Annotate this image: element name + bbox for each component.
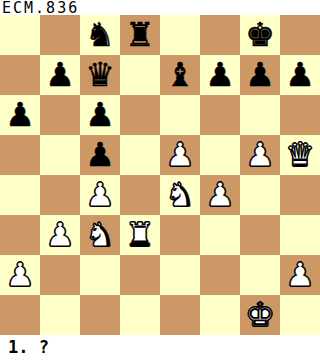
square-d4[interactable] xyxy=(120,175,160,215)
square-c7[interactable]: ♛ xyxy=(80,55,120,95)
square-e2[interactable] xyxy=(160,255,200,295)
square-h2[interactable]: ♟ xyxy=(280,255,320,295)
piece-white-pawn: ♟ xyxy=(85,178,115,211)
square-f7[interactable]: ♟ xyxy=(200,55,240,95)
square-g6[interactable] xyxy=(240,95,280,135)
piece-black-queen: ♛ xyxy=(85,58,115,91)
square-c2[interactable] xyxy=(80,255,120,295)
square-a1[interactable] xyxy=(0,295,40,335)
square-g7[interactable]: ♟ xyxy=(240,55,280,95)
piece-black-pawn: ♟ xyxy=(245,58,275,91)
piece-white-pawn: ♟ xyxy=(245,138,275,171)
square-a3[interactable] xyxy=(0,215,40,255)
square-e3[interactable] xyxy=(160,215,200,255)
square-e7[interactable]: ♝ xyxy=(160,55,200,95)
square-e6[interactable] xyxy=(160,95,200,135)
square-d2[interactable] xyxy=(120,255,160,295)
piece-white-knight: ♞ xyxy=(85,218,115,251)
square-a7[interactable] xyxy=(0,55,40,95)
square-b5[interactable] xyxy=(40,135,80,175)
square-e4[interactable]: ♞ xyxy=(160,175,200,215)
piece-white-knight: ♞ xyxy=(165,178,195,211)
square-a2[interactable]: ♟ xyxy=(0,255,40,295)
square-h6[interactable] xyxy=(280,95,320,135)
square-a6[interactable]: ♟ xyxy=(0,95,40,135)
square-e8[interactable] xyxy=(160,15,200,55)
square-b4[interactable] xyxy=(40,175,80,215)
chess-board: ♞♜♚♟♛♝♟♟♟♟♟♟♟♟♛♟♞♟♟♞♜♟♟♚ xyxy=(0,15,320,335)
piece-white-pawn: ♟ xyxy=(205,178,235,211)
piece-black-pawn: ♟ xyxy=(5,98,35,131)
piece-white-rook: ♜ xyxy=(125,218,155,251)
square-a4[interactable] xyxy=(0,175,40,215)
square-b2[interactable] xyxy=(40,255,80,295)
square-b1[interactable] xyxy=(40,295,80,335)
square-g2[interactable] xyxy=(240,255,280,295)
square-b6[interactable] xyxy=(40,95,80,135)
square-g8[interactable]: ♚ xyxy=(240,15,280,55)
square-b3[interactable]: ♟ xyxy=(40,215,80,255)
square-c4[interactable]: ♟ xyxy=(80,175,120,215)
square-g4[interactable] xyxy=(240,175,280,215)
square-f8[interactable] xyxy=(200,15,240,55)
square-d5[interactable] xyxy=(120,135,160,175)
piece-white-queen: ♛ xyxy=(285,138,315,171)
square-b7[interactable]: ♟ xyxy=(40,55,80,95)
piece-white-pawn: ♟ xyxy=(285,258,315,291)
square-d6[interactable] xyxy=(120,95,160,135)
square-c8[interactable]: ♞ xyxy=(80,15,120,55)
square-h7[interactable]: ♟ xyxy=(280,55,320,95)
square-e1[interactable] xyxy=(160,295,200,335)
square-d7[interactable] xyxy=(120,55,160,95)
square-g5[interactable]: ♟ xyxy=(240,135,280,175)
piece-white-pawn: ♟ xyxy=(45,218,75,251)
square-e5[interactable]: ♟ xyxy=(160,135,200,175)
square-h4[interactable] xyxy=(280,175,320,215)
square-a5[interactable] xyxy=(0,135,40,175)
square-d3[interactable]: ♜ xyxy=(120,215,160,255)
chess-diagram-page: ECM.836 ♞♜♚♟♛♝♟♟♟♟♟♟♟♟♛♟♞♟♟♞♜♟♟♚ 1. ? xyxy=(0,0,320,360)
square-h1[interactable] xyxy=(280,295,320,335)
square-h5[interactable]: ♛ xyxy=(280,135,320,175)
piece-white-pawn: ♟ xyxy=(5,258,35,291)
square-h3[interactable] xyxy=(280,215,320,255)
square-g1[interactable]: ♚ xyxy=(240,295,280,335)
square-g3[interactable] xyxy=(240,215,280,255)
piece-white-pawn: ♟ xyxy=(165,138,195,171)
square-f4[interactable]: ♟ xyxy=(200,175,240,215)
piece-black-rook: ♜ xyxy=(125,18,155,51)
square-c1[interactable] xyxy=(80,295,120,335)
piece-black-pawn: ♟ xyxy=(45,58,75,91)
square-d1[interactable] xyxy=(120,295,160,335)
square-f2[interactable] xyxy=(200,255,240,295)
square-f5[interactable] xyxy=(200,135,240,175)
square-b8[interactable] xyxy=(40,15,80,55)
square-f3[interactable] xyxy=(200,215,240,255)
square-a8[interactable] xyxy=(0,15,40,55)
square-c5[interactable]: ♟ xyxy=(80,135,120,175)
square-c6[interactable]: ♟ xyxy=(80,95,120,135)
square-c3[interactable]: ♞ xyxy=(80,215,120,255)
piece-black-knight: ♞ xyxy=(85,18,115,51)
square-d8[interactable]: ♜ xyxy=(120,15,160,55)
piece-black-pawn: ♟ xyxy=(85,98,115,131)
piece-black-bishop: ♝ xyxy=(165,58,195,91)
move-prompt: 1. ? xyxy=(0,335,320,360)
square-h8[interactable] xyxy=(280,15,320,55)
piece-black-pawn: ♟ xyxy=(285,58,315,91)
diagram-title: ECM.836 xyxy=(0,0,320,15)
square-f6[interactable] xyxy=(200,95,240,135)
piece-white-king: ♚ xyxy=(245,298,275,331)
piece-black-pawn: ♟ xyxy=(85,138,115,171)
piece-black-pawn: ♟ xyxy=(205,58,235,91)
square-f1[interactable] xyxy=(200,295,240,335)
piece-black-king: ♚ xyxy=(245,18,275,51)
